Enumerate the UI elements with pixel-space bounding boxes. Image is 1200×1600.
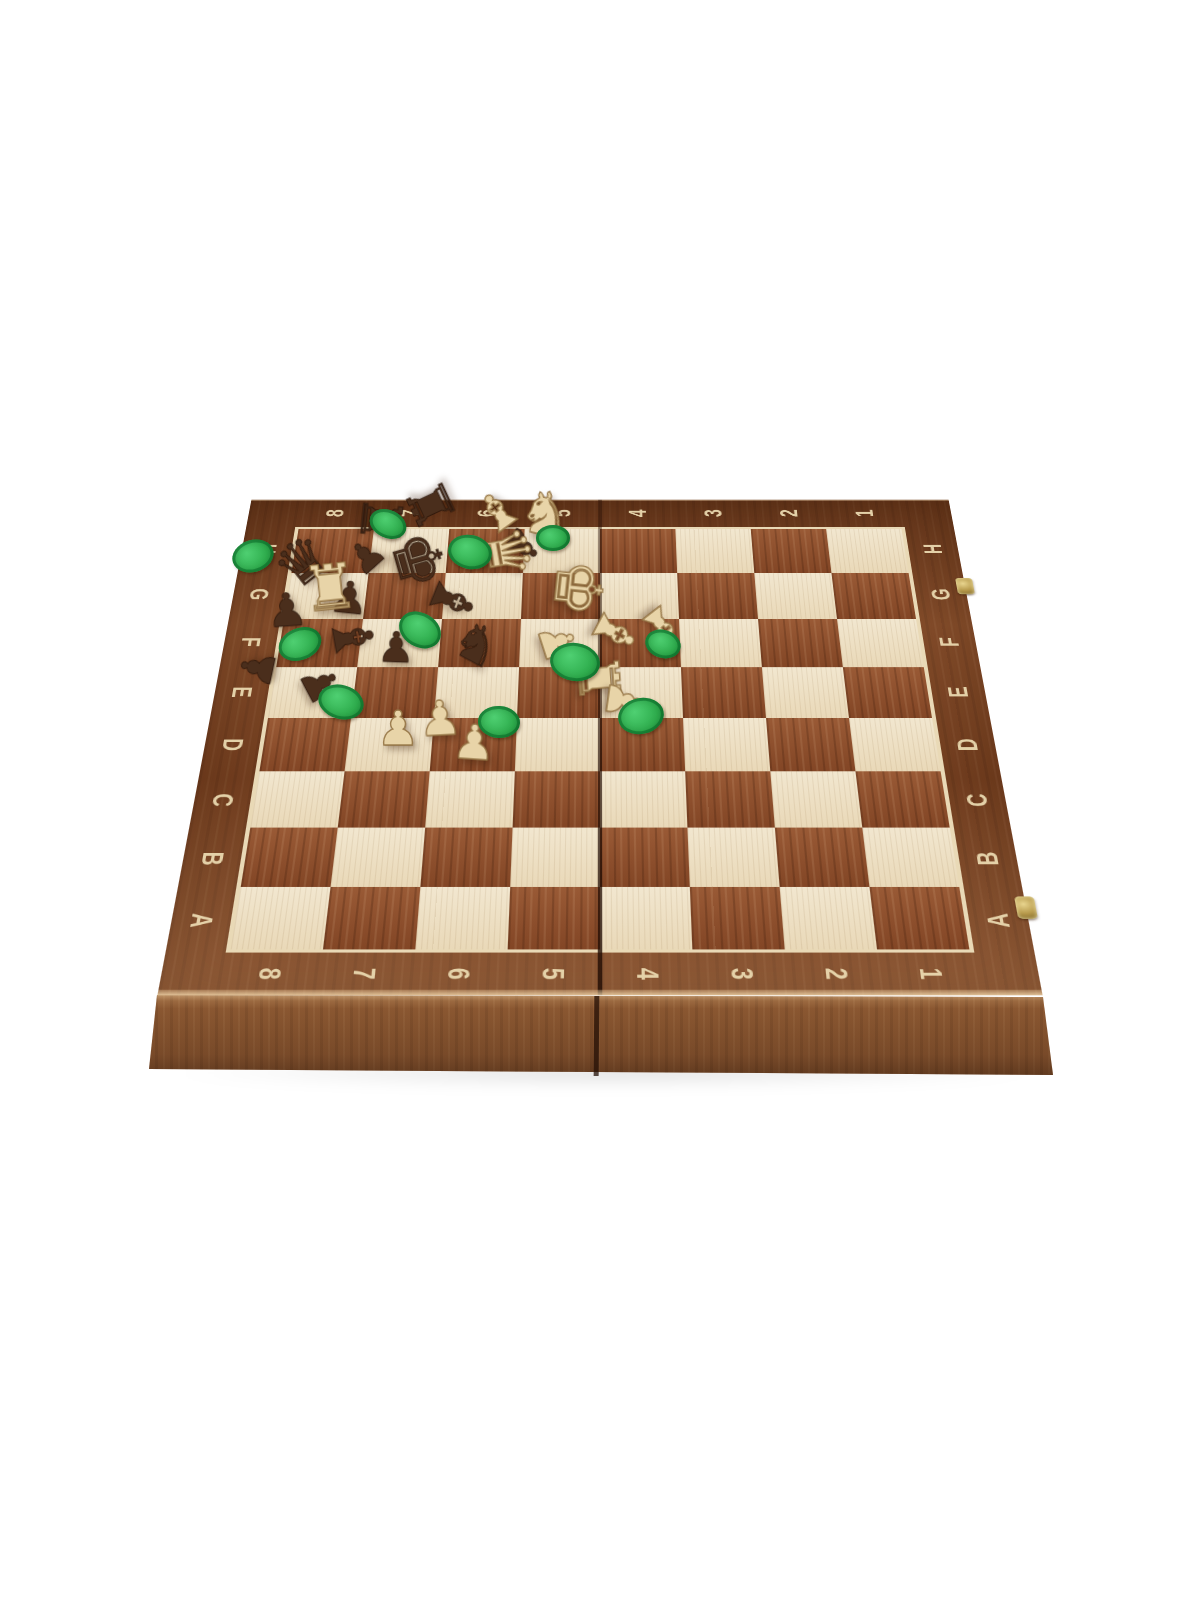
- square-d6: [430, 718, 517, 771]
- square-c8: [250, 771, 344, 827]
- square-f7: [357, 619, 442, 667]
- square-h4: [600, 529, 677, 573]
- square-e6: [434, 667, 519, 718]
- square-g5: [521, 573, 600, 619]
- square-a8: [231, 887, 331, 950]
- square-h7: [369, 529, 450, 573]
- square-c4: [600, 771, 687, 827]
- square-b7: [331, 828, 426, 887]
- square-e3: [681, 667, 766, 718]
- square-e5: [517, 667, 600, 718]
- square-g1: [831, 573, 916, 619]
- square-g2: [754, 573, 837, 619]
- square-c2: [770, 771, 862, 827]
- square-b3: [687, 828, 779, 887]
- square-g4: [600, 573, 679, 619]
- square-a5: [508, 887, 600, 950]
- square-h2: [751, 529, 832, 573]
- square-e2: [762, 667, 849, 718]
- square-b4: [600, 828, 690, 887]
- square-b5: [510, 828, 600, 887]
- product-photo-canvas: 87654321 87654321 HGFEDCBA HGFEDCBA ♜♜♛♚…: [0, 0, 1200, 1600]
- square-d3: [683, 718, 770, 771]
- square-f8: [276, 619, 363, 667]
- square-g8: [284, 573, 369, 619]
- square-h8: [291, 529, 373, 573]
- square-c3: [685, 771, 775, 827]
- fold-seam: [598, 500, 603, 996]
- square-d8: [259, 718, 351, 771]
- square-b2: [775, 828, 870, 887]
- square-h6: [446, 529, 525, 573]
- brass-clasp-icon: [1014, 896, 1038, 918]
- square-b6: [420, 828, 512, 887]
- square-g6: [442, 573, 523, 619]
- square-d2: [766, 718, 855, 771]
- square-c5: [513, 771, 600, 827]
- square-g3: [677, 573, 758, 619]
- square-f3: [679, 619, 762, 667]
- square-c6: [425, 771, 515, 827]
- near-edge-bevel: [157, 990, 1042, 996]
- fold-seam-side: [594, 996, 600, 1076]
- square-h5: [523, 529, 600, 573]
- square-d1: [849, 718, 941, 771]
- square-a1: [869, 887, 969, 950]
- brass-clasp-icon: [955, 578, 975, 594]
- square-c1: [855, 771, 949, 827]
- square-a6: [415, 887, 510, 950]
- square-b8: [241, 828, 338, 887]
- square-h1: [826, 529, 908, 573]
- square-e1: [843, 667, 932, 718]
- square-h3: [675, 529, 754, 573]
- square-d4: [600, 718, 685, 771]
- square-d7: [345, 718, 434, 771]
- square-f5: [519, 619, 600, 667]
- square-a7: [323, 887, 420, 950]
- square-d5: [515, 718, 600, 771]
- square-f6: [438, 619, 521, 667]
- square-b1: [862, 828, 959, 887]
- square-f2: [758, 619, 843, 667]
- square-f4: [600, 619, 681, 667]
- square-a2: [780, 887, 877, 950]
- square-g7: [363, 573, 446, 619]
- square-f1: [837, 619, 924, 667]
- chess-board: 87654321 87654321 HGFEDCBA HGFEDCBA: [157, 500, 1042, 996]
- square-a4: [600, 887, 692, 950]
- square-a3: [690, 887, 785, 950]
- square-e8: [268, 667, 357, 718]
- square-e7: [351, 667, 438, 718]
- square-e4: [600, 667, 683, 718]
- square-c7: [338, 771, 430, 827]
